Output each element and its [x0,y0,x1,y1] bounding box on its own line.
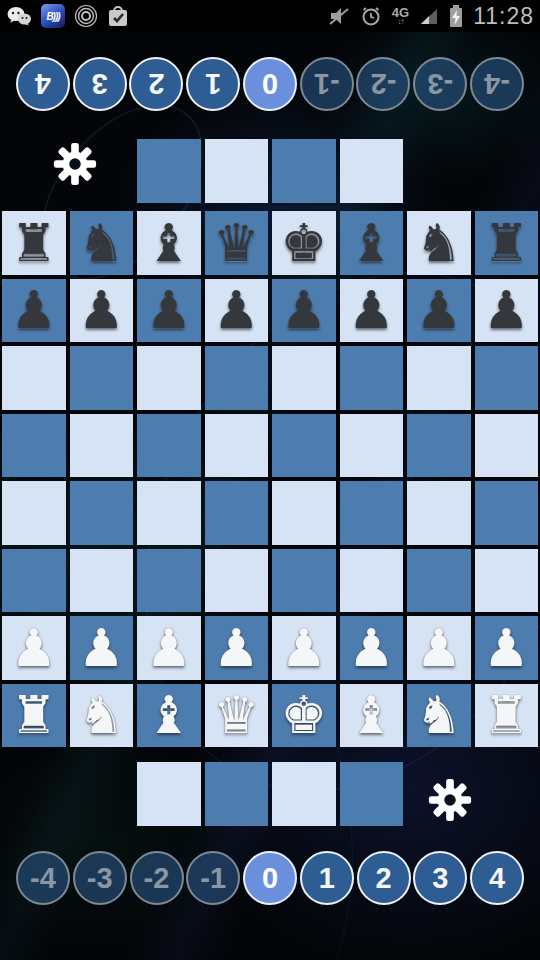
tray-bottom-cell-1[interactable] [137,762,201,826]
mute-icon [328,6,350,26]
white-pawn: ♟ [483,622,530,674]
square-f1[interactable]: ♝ [340,684,404,748]
selector-top--4[interactable]: -4 [470,57,524,111]
square-b4[interactable] [70,481,134,545]
square-c3[interactable] [137,549,201,613]
chess-board: ♜♞♝♛♚♝♞♜♟♟♟♟♟♟♟♟♟♟♟♟♟♟♟♟♜♞♝♛♚♝♞♜ [2,211,538,747]
selector-top--2[interactable]: -2 [357,57,411,111]
white-rook: ♜ [10,689,57,741]
selector-top--3[interactable]: -3 [413,57,467,111]
square-d4[interactable] [205,481,269,545]
square-f3[interactable] [340,549,404,613]
gear-icon [427,777,473,823]
square-b6[interactable] [70,346,134,410]
square-h1[interactable]: ♜ [475,684,539,748]
square-c5[interactable] [137,414,201,478]
tray-bottom-cell-3[interactable] [272,762,336,826]
square-d3[interactable] [205,549,269,613]
black-pawn: ♟ [10,284,57,336]
square-b1[interactable]: ♞ [70,684,134,748]
black-rook: ♜ [483,217,530,269]
status-clock: 11:28 [473,3,534,30]
tray-bottom-cell-2[interactable] [205,762,269,826]
square-a8[interactable]: ♜ [2,211,66,275]
square-e8[interactable]: ♚ [272,211,336,275]
selector-top-1[interactable]: 1 [186,57,240,111]
black-rook: ♜ [10,217,57,269]
square-g4[interactable] [407,481,471,545]
square-e2[interactable]: ♟ [272,616,336,680]
square-d8[interactable]: ♛ [205,211,269,275]
selector-bottom-3[interactable]: 3 [413,851,467,905]
square-h8[interactable]: ♜ [475,211,539,275]
tray-top-cell-3[interactable] [272,139,336,203]
capture-tray-bottom [137,762,403,826]
square-g7[interactable]: ♟ [407,279,471,343]
black-pawn: ♟ [483,284,530,336]
black-king: ♚ [280,217,327,269]
selector-bottom--3[interactable]: -3 [73,851,127,905]
black-pawn: ♟ [145,284,192,336]
square-d2[interactable]: ♟ [205,616,269,680]
white-bishop: ♝ [145,689,192,741]
selector-bottom--4[interactable]: -4 [16,851,70,905]
selector-bottom--2[interactable]: -2 [130,851,184,905]
capture-tray-top [137,139,403,203]
settings-gear-bottom-button[interactable] [427,777,473,823]
square-c1[interactable]: ♝ [137,684,201,748]
handicap-selector-bottom: -4-3-2-101234 [0,849,540,907]
tray-bottom-cell-4[interactable] [340,762,404,826]
square-b2[interactable]: ♟ [70,616,134,680]
store-update-icon [107,4,129,28]
white-pawn: ♟ [213,622,260,674]
status-bar: B))) [0,0,540,32]
square-c4[interactable] [137,481,201,545]
white-pawn: ♟ [145,622,192,674]
white-pawn: ♟ [78,622,125,674]
tray-top-cell-4[interactable] [340,139,404,203]
selector-top-3[interactable]: 3 [73,57,127,111]
selector-top-4[interactable]: 4 [16,57,70,111]
black-queen: ♛ [213,217,260,269]
network-4g-icon: 4G ↓↑ [392,6,409,26]
selector-top--1[interactable]: -1 [300,57,354,111]
square-f5[interactable] [340,414,404,478]
square-d6[interactable] [205,346,269,410]
square-d7[interactable]: ♟ [205,279,269,343]
tray-top-cell-2[interactable] [205,139,269,203]
white-pawn: ♟ [280,622,327,674]
square-a7[interactable]: ♟ [2,279,66,343]
square-b5[interactable] [70,414,134,478]
square-g8[interactable]: ♞ [407,211,471,275]
square-h2[interactable]: ♟ [475,616,539,680]
square-g6[interactable] [407,346,471,410]
tray-top-cell-1[interactable] [137,139,201,203]
signal-icon [419,7,439,25]
square-f4[interactable] [340,481,404,545]
square-b3[interactable] [70,549,134,613]
chess-app-screen: B))) [0,0,540,960]
white-knight: ♞ [78,689,125,741]
black-pawn: ♟ [213,284,260,336]
white-bishop: ♝ [348,689,395,741]
black-bishop: ♝ [348,217,395,269]
selector-bottom-0[interactable]: 0 [243,851,297,905]
square-a5[interactable] [2,414,66,478]
black-knight: ♞ [415,217,462,269]
white-pawn: ♟ [348,622,395,674]
square-f6[interactable] [340,346,404,410]
battery-charging-icon [449,4,463,28]
square-a2[interactable]: ♟ [2,616,66,680]
black-pawn: ♟ [415,284,462,336]
black-pawn: ♟ [78,284,125,336]
selector-top-2[interactable]: 2 [130,57,184,111]
white-knight: ♞ [415,689,462,741]
square-e1[interactable]: ♚ [272,684,336,748]
white-pawn: ♟ [415,622,462,674]
white-rook: ♜ [483,689,530,741]
square-h6[interactable] [475,346,539,410]
square-f8[interactable]: ♝ [340,211,404,275]
square-g1[interactable]: ♞ [407,684,471,748]
square-c8[interactable]: ♝ [137,211,201,275]
black-bishop: ♝ [145,217,192,269]
square-h7[interactable]: ♟ [475,279,539,343]
square-h5[interactable] [475,414,539,478]
square-e7[interactable]: ♟ [272,279,336,343]
recorder-icon [74,4,98,28]
settings-gear-top-button[interactable] [52,141,98,187]
square-a1[interactable]: ♜ [2,684,66,748]
gear-icon [52,141,98,187]
square-d1[interactable]: ♛ [205,684,269,748]
square-c2[interactable]: ♟ [137,616,201,680]
black-knight: ♞ [78,217,125,269]
square-e3[interactable] [272,549,336,613]
bluetooth-share-icon: B))) [41,4,65,28]
white-pawn: ♟ [10,622,57,674]
white-king: ♚ [280,689,327,741]
square-e5[interactable] [272,414,336,478]
black-pawn: ♟ [348,284,395,336]
square-c6[interactable] [137,346,201,410]
square-e6[interactable] [272,346,336,410]
black-pawn: ♟ [280,284,327,336]
square-g5[interactable] [407,414,471,478]
selector-bottom-2[interactable]: 2 [357,851,411,905]
square-d5[interactable] [205,414,269,478]
selector-bottom-1[interactable]: 1 [300,851,354,905]
alarm-icon [360,5,382,27]
square-h3[interactable] [475,549,539,613]
square-b8[interactable]: ♞ [70,211,134,275]
square-g2[interactable]: ♟ [407,616,471,680]
wechat-icon [6,6,32,26]
square-f2[interactable]: ♟ [340,616,404,680]
selector-bottom--1[interactable]: -1 [186,851,240,905]
square-h4[interactable] [475,481,539,545]
square-a6[interactable] [2,346,66,410]
square-e4[interactable] [272,481,336,545]
handicap-selector-top: -4-3-2-101234 [0,55,540,113]
square-c7[interactable]: ♟ [137,279,201,343]
square-a3[interactable] [2,549,66,613]
square-g3[interactable] [407,549,471,613]
selector-top-0[interactable]: 0 [243,57,297,111]
square-a4[interactable] [2,481,66,545]
square-f7[interactable]: ♟ [340,279,404,343]
white-queen: ♛ [213,689,260,741]
square-b7[interactable]: ♟ [70,279,134,343]
selector-bottom-4[interactable]: 4 [470,851,524,905]
